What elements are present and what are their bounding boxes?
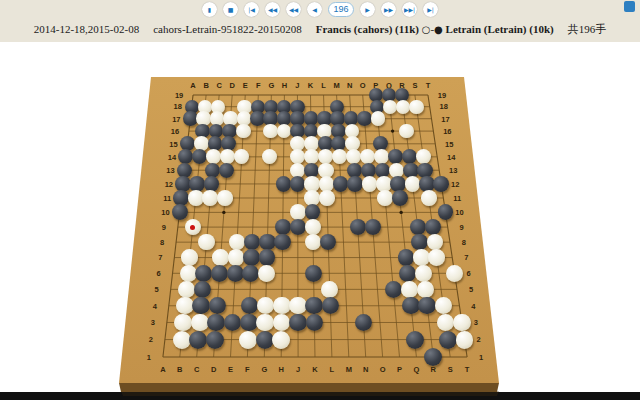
stone-A17 xyxy=(183,111,197,125)
svg-text:3: 3 xyxy=(151,318,155,327)
svg-text:K: K xyxy=(312,365,318,374)
stone-Q6 xyxy=(399,265,416,282)
stone-B11 xyxy=(188,190,204,206)
svg-text:1: 1 xyxy=(479,353,483,362)
svg-text:10: 10 xyxy=(455,208,463,217)
svg-text:8: 8 xyxy=(462,238,466,247)
svg-text:T: T xyxy=(426,81,431,90)
stone-O9 xyxy=(365,219,381,235)
svg-text:H: H xyxy=(278,365,283,374)
stone-J4 xyxy=(289,297,306,314)
svg-text:G: G xyxy=(261,365,267,374)
stone-M12 xyxy=(333,176,349,192)
svg-text:9: 9 xyxy=(162,223,166,232)
stone-F3 xyxy=(240,314,258,332)
svg-text:K: K xyxy=(308,81,314,90)
stone-Q11 xyxy=(392,190,408,206)
stone-E16 xyxy=(236,124,251,139)
svg-text:B: B xyxy=(203,81,209,90)
svg-text:5: 5 xyxy=(469,285,473,294)
svg-text:N: N xyxy=(363,365,368,374)
stone-L11 xyxy=(319,190,335,206)
svg-text:15: 15 xyxy=(445,140,453,149)
stone-G7 xyxy=(259,249,276,266)
stone-B4 xyxy=(176,297,193,314)
stone-T3 xyxy=(453,314,471,332)
stone-P5 xyxy=(385,281,402,298)
stone-Q4 xyxy=(402,297,419,314)
stone-K6 xyxy=(305,265,322,282)
svg-text:D: D xyxy=(211,365,217,374)
stone-T12 xyxy=(433,176,449,192)
svg-text:S: S xyxy=(412,81,417,90)
stone-O17 xyxy=(357,111,371,125)
stone-G2 xyxy=(256,331,274,349)
stone-T2 xyxy=(456,331,474,349)
stone-B7 xyxy=(181,249,198,266)
stone-S18 xyxy=(409,100,423,114)
svg-text:11: 11 xyxy=(453,194,461,203)
stone-Q7 xyxy=(398,249,415,266)
svg-text:17: 17 xyxy=(172,115,180,124)
svg-text:C: C xyxy=(216,81,222,90)
svg-text:C: C xyxy=(194,365,200,374)
svg-text:A: A xyxy=(160,365,166,374)
svg-text:10: 10 xyxy=(161,208,169,217)
stone-B5 xyxy=(178,281,195,298)
stone-K9 xyxy=(305,219,321,235)
stone-S11 xyxy=(421,190,437,206)
stone-E6 xyxy=(227,265,244,282)
svg-text:M: M xyxy=(333,81,339,90)
stone-F17 xyxy=(250,111,264,125)
stone-G8 xyxy=(259,234,275,250)
svg-text:18: 18 xyxy=(440,102,448,111)
stone-F2 xyxy=(239,331,257,349)
stone-G6 xyxy=(258,265,275,282)
stone-C2 xyxy=(189,331,207,349)
go-board[interactable]: AABBCCDDEEFFGGHHJJKKLLMMNNOOPPQQRRSSTT19… xyxy=(0,0,640,400)
svg-text:13: 13 xyxy=(166,166,174,175)
stone-R6 xyxy=(415,265,432,282)
svg-text:14: 14 xyxy=(447,153,456,162)
svg-text:5: 5 xyxy=(155,285,159,294)
stone-J10 xyxy=(290,204,306,220)
stone-H2 xyxy=(272,331,290,349)
stone-S2 xyxy=(439,331,457,349)
stone-C3 xyxy=(191,314,209,332)
svg-text:H: H xyxy=(282,81,287,90)
stone-B6 xyxy=(180,265,197,282)
svg-text:E: E xyxy=(243,81,248,90)
svg-text:D: D xyxy=(229,81,235,90)
svg-text:E: E xyxy=(228,365,233,374)
stone-P11 xyxy=(377,190,393,206)
svg-text:1: 1 xyxy=(147,353,151,362)
svg-text:12: 12 xyxy=(165,180,173,189)
stone-J3 xyxy=(289,314,307,332)
svg-text:19: 19 xyxy=(175,91,183,100)
stone-N12 xyxy=(347,176,363,192)
stone-C6 xyxy=(195,265,212,282)
svg-text:14: 14 xyxy=(168,153,177,162)
svg-text:16: 16 xyxy=(171,127,179,136)
svg-text:A: A xyxy=(190,81,196,90)
svg-text:12: 12 xyxy=(451,180,459,189)
stone-D7 xyxy=(212,249,229,266)
svg-text:B: B xyxy=(177,365,183,374)
svg-text:15: 15 xyxy=(169,140,177,149)
svg-text:13: 13 xyxy=(449,166,457,175)
svg-text:6: 6 xyxy=(467,269,471,278)
svg-text:2: 2 xyxy=(476,335,480,344)
stone-D2 xyxy=(206,331,224,349)
stone-F7 xyxy=(243,249,260,266)
svg-text:F: F xyxy=(256,81,261,90)
stone-S7 xyxy=(428,249,445,266)
svg-text:3: 3 xyxy=(474,318,478,327)
stone-T6 xyxy=(446,265,463,282)
svg-text:7: 7 xyxy=(464,253,468,262)
stone-C5 xyxy=(194,281,211,298)
stone-R8 xyxy=(411,234,427,250)
svg-text:R: R xyxy=(431,365,437,374)
stone-H8 xyxy=(274,234,290,250)
stone-B2 xyxy=(173,331,191,349)
stone-J12 xyxy=(290,176,306,192)
stone-D6 xyxy=(211,265,228,282)
stone-R12 xyxy=(405,176,421,192)
stone-Q18 xyxy=(383,100,397,114)
svg-text:N: N xyxy=(347,81,352,90)
svg-text:16: 16 xyxy=(443,127,451,136)
svg-text:G: G xyxy=(268,81,274,90)
stone-H9 xyxy=(275,219,291,235)
svg-text:L: L xyxy=(321,81,326,90)
svg-text:6: 6 xyxy=(156,269,160,278)
stone-F6 xyxy=(242,265,259,282)
svg-text:8: 8 xyxy=(160,238,164,247)
svg-text:S: S xyxy=(448,365,453,374)
stone-P17 xyxy=(371,111,385,125)
stone-O12 xyxy=(362,176,378,192)
svg-text:Q: Q xyxy=(413,365,419,374)
stone-C4 xyxy=(192,297,209,314)
svg-text:17: 17 xyxy=(441,115,449,124)
svg-text:L: L xyxy=(330,365,335,374)
svg-text:11: 11 xyxy=(163,194,171,203)
stone-D3 xyxy=(207,314,225,332)
stone-G16 xyxy=(263,124,278,139)
stone-Q2 xyxy=(406,331,424,349)
svg-text:F: F xyxy=(245,365,250,374)
stone-H12 xyxy=(276,176,292,192)
stone-J9 xyxy=(290,219,306,235)
svg-text:P: P xyxy=(397,365,402,374)
stone-R7 xyxy=(413,249,430,266)
svg-text:O: O xyxy=(360,81,366,90)
stone-R5 xyxy=(417,281,434,298)
stone-H4 xyxy=(273,297,290,314)
svg-text:T: T xyxy=(465,365,470,374)
stone-D11 xyxy=(217,190,233,206)
svg-text:J: J xyxy=(295,81,299,90)
svg-text:M: M xyxy=(346,365,352,374)
stone-N9 xyxy=(350,219,366,235)
last-move-marker xyxy=(190,225,195,230)
stone-E7 xyxy=(228,249,245,266)
svg-text:18: 18 xyxy=(174,102,182,111)
svg-text:19: 19 xyxy=(438,91,446,100)
svg-text:2: 2 xyxy=(149,335,153,344)
stone-S9 xyxy=(425,219,441,235)
svg-text:J: J xyxy=(296,365,300,374)
svg-text:O: O xyxy=(380,365,386,374)
stone-C8 xyxy=(198,234,214,250)
stone-A10 xyxy=(172,204,188,220)
svg-text:9: 9 xyxy=(460,223,464,232)
stone-Q5 xyxy=(401,281,418,298)
svg-text:7: 7 xyxy=(158,253,162,262)
stone-C11 xyxy=(202,190,218,206)
stone-R9 xyxy=(410,219,426,235)
stone-R16 xyxy=(399,124,414,139)
